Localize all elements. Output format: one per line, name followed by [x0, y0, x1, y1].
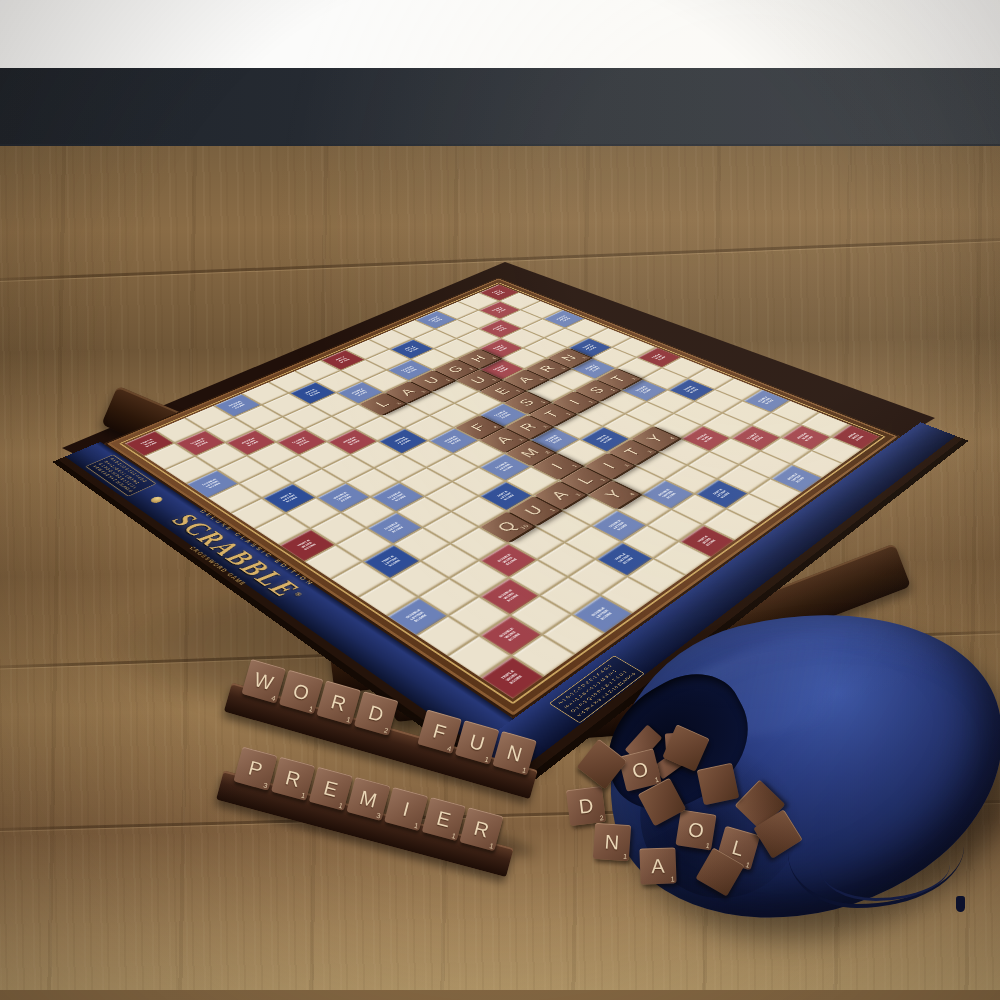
tile-value: 1 — [338, 802, 344, 810]
tile-value: 4 — [491, 425, 499, 429]
tile-value: 1 — [413, 822, 419, 830]
tile-value: 1 — [670, 875, 674, 882]
tile-letter: T — [607, 374, 629, 384]
tile-letter: W — [251, 668, 275, 695]
tile-value: 1 — [570, 464, 579, 468]
tile-letter: R — [283, 766, 303, 792]
tile-D[interactable]: D2 — [566, 786, 606, 826]
tile-letter: I — [547, 461, 568, 472]
tile-value: 1 — [548, 508, 557, 513]
tile-value: 1 — [564, 412, 572, 416]
tile-letter: R — [516, 421, 541, 433]
tile-value: 1 — [517, 437, 525, 441]
tile-letter: T — [540, 409, 563, 420]
tile-O[interactable]: O1 — [675, 809, 716, 850]
tile-letter: U — [467, 375, 490, 386]
tile-value: 2 — [467, 367, 474, 370]
tile-value: 4 — [271, 694, 277, 702]
tile-value: 1 — [609, 388, 617, 392]
tile-value: 1 — [444, 378, 451, 382]
tile-value: 4 — [668, 436, 676, 440]
tile-letter: A — [396, 387, 419, 398]
tile-value: 1 — [598, 477, 607, 482]
tile-value: 2 — [383, 726, 389, 734]
tile-letter: E — [434, 806, 453, 832]
tile-letter: O — [687, 817, 706, 842]
tile-letter: Y — [601, 488, 628, 502]
tile-value: 1 — [705, 842, 710, 850]
tile-letter: A — [651, 854, 665, 877]
tile-face-down[interactable] — [697, 763, 740, 806]
tile-value: 1 — [451, 832, 457, 840]
tile-letter: P — [246, 756, 265, 782]
image-margin-top — [0, 0, 1000, 68]
tile-letter: F — [467, 422, 490, 434]
tile-value: 1 — [514, 389, 522, 393]
tile-letter: N — [558, 353, 581, 363]
tile-value: 1 — [580, 356, 587, 359]
tile-N[interactable]: N1 — [593, 823, 631, 861]
tile-value: 1 — [745, 861, 751, 869]
tile-letter: E — [491, 386, 514, 397]
tile-letter: U — [467, 729, 487, 755]
tile-letter: I — [565, 398, 584, 407]
tile-value: 10 — [518, 523, 530, 530]
tile-letter: R — [536, 363, 559, 374]
tile-letter: S — [515, 397, 538, 408]
tile-letter: R — [472, 816, 492, 842]
tile-letter: O — [630, 757, 651, 783]
tile-value: 1 — [308, 705, 314, 713]
tile-value: 1 — [623, 853, 627, 860]
tile-letter: T — [620, 446, 645, 459]
tile-letter: L — [573, 474, 598, 487]
tile-letter: E — [321, 776, 340, 802]
tile-letter: L — [372, 399, 393, 410]
tile-value: 1 — [587, 400, 595, 404]
tile-letter: A — [547, 488, 574, 502]
tile-value: 1 — [539, 400, 547, 404]
tile-value: 1 — [537, 378, 545, 382]
background-wall — [0, 68, 1000, 148]
tile-letter: U — [420, 375, 443, 386]
tile-value: 3 — [263, 781, 269, 789]
tile-letter: S — [585, 385, 608, 396]
tile-value: 2 — [599, 814, 604, 821]
tile-letter: O — [291, 679, 312, 705]
tile-letter: M — [517, 446, 544, 460]
tile-value: 1 — [346, 716, 352, 724]
tile-value: 1 — [491, 378, 498, 382]
tile-value: 1 — [630, 377, 638, 381]
tile-A[interactable]: A1 — [639, 847, 676, 884]
cord-tassel — [956, 896, 965, 912]
tile-value: 1 — [522, 766, 528, 774]
tile-value: 1 — [484, 755, 490, 763]
tile-value: 3 — [543, 450, 551, 454]
tile-value: 1 — [395, 402, 403, 406]
tile-letter: D — [577, 794, 594, 819]
tile-letter: G — [444, 364, 468, 375]
tile-value: 4 — [447, 745, 453, 753]
tile-value: 1 — [559, 367, 566, 370]
gold-emblem-icon — [149, 495, 165, 504]
tile-value: 1 — [489, 842, 495, 850]
tile-letter: U — [520, 503, 548, 518]
tile-value: 1 — [622, 463, 631, 467]
tile-letter: M — [357, 786, 379, 813]
tile-value: 1 — [300, 791, 306, 799]
tile-letter: A — [514, 375, 537, 386]
tile-letter: N — [604, 830, 620, 854]
tile-value: 1 — [574, 492, 583, 497]
tile-letter: F — [431, 719, 449, 744]
tile-value: 4 — [628, 492, 637, 497]
tile-letter: R — [329, 690, 349, 716]
tile-value: 3 — [376, 812, 382, 820]
tile-letter: Y — [643, 432, 668, 444]
tile-value: 4 — [490, 357, 497, 360]
tile-letter: I — [599, 461, 620, 471]
tile-value: 1 — [420, 390, 427, 394]
tile-value: 1 — [541, 424, 549, 428]
tile-letter: H — [467, 354, 490, 364]
tile-letter: A — [492, 434, 517, 447]
tile-letter: L — [729, 835, 746, 860]
tile-letter: N — [504, 740, 524, 766]
tile-letter: I — [400, 797, 411, 821]
tile-value: 1 — [645, 449, 654, 453]
tile-letter: D — [366, 700, 386, 726]
